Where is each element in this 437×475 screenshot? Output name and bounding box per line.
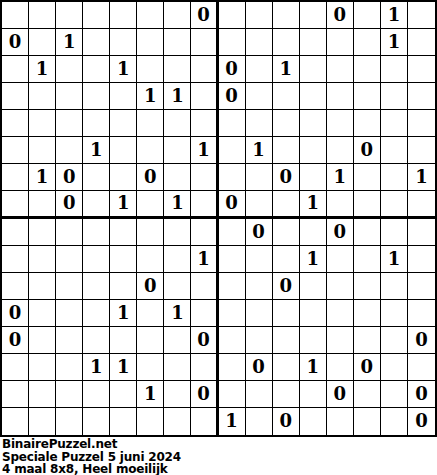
cell-r13c3[interactable]: 1 xyxy=(83,354,110,381)
cell-r11c0[interactable]: 0 xyxy=(2,300,29,327)
cell-r10c7[interactable] xyxy=(191,273,218,300)
cell-r5c4[interactable] xyxy=(110,137,137,164)
cell-r7c15[interactable] xyxy=(408,191,435,218)
cell-r7c9[interactable] xyxy=(246,191,273,218)
cell-r9c1[interactable] xyxy=(29,246,56,273)
cell-r7c0[interactable] xyxy=(2,191,29,218)
cell-r2c7[interactable] xyxy=(191,56,218,83)
cell-r13c7[interactable] xyxy=(191,354,218,381)
cell-r1c3[interactable] xyxy=(83,29,110,56)
cell-r13c6[interactable] xyxy=(164,354,191,381)
cell-r1c14[interactable]: 1 xyxy=(381,29,408,56)
cell-r2c4[interactable]: 1 xyxy=(110,56,137,83)
cell-r1c7[interactable] xyxy=(191,29,218,56)
cell-r1c10[interactable] xyxy=(273,29,300,56)
cell-r5c15[interactable] xyxy=(408,137,435,164)
cell-r12c15[interactable]: 0 xyxy=(408,327,435,354)
cell-r6c11[interactable] xyxy=(300,164,327,191)
cell-r4c4[interactable] xyxy=(110,110,137,137)
cell-r0c5[interactable] xyxy=(137,2,164,29)
cell-r15c9[interactable] xyxy=(246,408,273,435)
cell-r10c3[interactable] xyxy=(83,273,110,300)
cell-r8c10[interactable] xyxy=(273,219,300,246)
cell-r11c10[interactable] xyxy=(273,300,300,327)
cell-r7c12[interactable] xyxy=(327,191,354,218)
cell-r10c9[interactable] xyxy=(246,273,273,300)
cell-r8c6[interactable] xyxy=(164,219,191,246)
cell-r9c2[interactable] xyxy=(56,246,83,273)
cell-r2c8[interactable]: 0 xyxy=(219,56,246,83)
cell-r3c9[interactable] xyxy=(246,83,273,110)
cell-r7c14[interactable] xyxy=(381,191,408,218)
page: 0010111101110111010001101101001110001100… xyxy=(0,0,437,475)
cell-r12c11[interactable] xyxy=(300,327,327,354)
cell-r9c0[interactable] xyxy=(2,246,29,273)
cell-r1c8[interactable] xyxy=(219,29,246,56)
cell-r4c11[interactable] xyxy=(300,110,327,137)
cell-r3c8[interactable]: 0 xyxy=(219,83,246,110)
cell-r14c0[interactable] xyxy=(2,381,29,408)
cell-r10c15[interactable] xyxy=(408,273,435,300)
cell-r7c8[interactable]: 0 xyxy=(219,191,246,218)
cell-r3c10[interactable] xyxy=(273,83,300,110)
cell-r2c9[interactable] xyxy=(246,56,273,83)
cell-r5c1[interactable] xyxy=(29,137,56,164)
cell-r14c14[interactable] xyxy=(381,381,408,408)
cell-r0c14[interactable]: 1 xyxy=(381,2,408,29)
cell-r7c5[interactable] xyxy=(137,191,164,218)
cell-r12c7[interactable]: 0 xyxy=(191,327,218,354)
cell-r15c6[interactable] xyxy=(164,408,191,435)
cell-r9c6[interactable] xyxy=(164,246,191,273)
cell-r3c12[interactable] xyxy=(327,83,354,110)
cell-r4c6[interactable] xyxy=(164,110,191,137)
cell-r4c5[interactable] xyxy=(137,110,164,137)
cell-r10c11[interactable] xyxy=(300,273,327,300)
cell-r3c6[interactable]: 1 xyxy=(164,83,191,110)
cell-r2c10[interactable]: 1 xyxy=(273,56,300,83)
cell-r13c0[interactable] xyxy=(2,354,29,381)
cell-r13c13[interactable]: 0 xyxy=(354,354,381,381)
cell-r13c2[interactable] xyxy=(56,354,83,381)
cell-r8c7[interactable] xyxy=(191,219,218,246)
cell-r14c8[interactable] xyxy=(219,381,246,408)
cell-r9c13[interactable] xyxy=(354,246,381,273)
cell-r13c5[interactable] xyxy=(137,354,164,381)
cell-r6c5[interactable]: 0 xyxy=(137,164,164,191)
cell-r5c9[interactable]: 1 xyxy=(246,137,273,164)
cell-r8c8[interactable] xyxy=(219,219,246,246)
cell-r12c2[interactable] xyxy=(56,327,83,354)
cell-r11c1[interactable] xyxy=(29,300,56,327)
cell-r2c11[interactable] xyxy=(300,56,327,83)
cell-r9c3[interactable] xyxy=(83,246,110,273)
cell-r8c4[interactable] xyxy=(110,219,137,246)
cell-r1c4[interactable] xyxy=(110,29,137,56)
cell-r14c4[interactable] xyxy=(110,381,137,408)
cell-r8c1[interactable] xyxy=(29,219,56,246)
cell-r1c13[interactable] xyxy=(354,29,381,56)
cell-r6c15[interactable]: 1 xyxy=(408,164,435,191)
site-name: BinairePuzzel.net xyxy=(2,438,437,451)
cell-r12c6[interactable] xyxy=(164,327,191,354)
cell-r11c5[interactable] xyxy=(137,300,164,327)
cell-r10c13[interactable] xyxy=(354,273,381,300)
cell-r3c3[interactable] xyxy=(83,83,110,110)
cell-r13c14[interactable] xyxy=(381,354,408,381)
cell-r6c4[interactable] xyxy=(110,164,137,191)
cell-r1c0[interactable]: 0 xyxy=(2,29,29,56)
cell-r5c8[interactable] xyxy=(219,137,246,164)
cell-r10c8[interactable] xyxy=(219,273,246,300)
cell-r0c10[interactable] xyxy=(273,2,300,29)
cell-r6c14[interactable] xyxy=(381,164,408,191)
cell-r7c2[interactable]: 0 xyxy=(56,191,83,218)
cell-r9c4[interactable] xyxy=(110,246,137,273)
cell-r12c9[interactable] xyxy=(246,327,273,354)
cell-r11c8[interactable] xyxy=(219,300,246,327)
cell-r0c9[interactable] xyxy=(246,2,273,29)
cell-r4c8[interactable] xyxy=(219,110,246,137)
cell-r15c2[interactable] xyxy=(56,408,83,435)
cell-r12c0[interactable]: 0 xyxy=(2,327,29,354)
cell-r4c7[interactable] xyxy=(191,110,218,137)
cell-r13c11[interactable]: 1 xyxy=(300,354,327,381)
cell-r0c8[interactable] xyxy=(219,2,246,29)
cell-r4c13[interactable] xyxy=(354,110,381,137)
cell-r7c3[interactable] xyxy=(83,191,110,218)
cell-r4c14[interactable] xyxy=(381,110,408,137)
cell-r15c3[interactable] xyxy=(83,408,110,435)
cell-r12c8[interactable] xyxy=(219,327,246,354)
cell-r15c4[interactable] xyxy=(110,408,137,435)
cell-r11c13[interactable] xyxy=(354,300,381,327)
cell-r9c5[interactable] xyxy=(137,246,164,273)
cell-r5c5[interactable] xyxy=(137,137,164,164)
cell-r8c9[interactable]: 0 xyxy=(246,219,273,246)
cell-r0c2[interactable] xyxy=(56,2,83,29)
cell-r14c7[interactable]: 0 xyxy=(191,381,218,408)
cell-r6c3[interactable] xyxy=(83,164,110,191)
cell-r1c9[interactable] xyxy=(246,29,273,56)
cell-r15c13[interactable] xyxy=(354,408,381,435)
cell-r9c9[interactable] xyxy=(246,246,273,273)
cell-r4c12[interactable] xyxy=(327,110,354,137)
cell-r5c11[interactable] xyxy=(300,137,327,164)
cell-r1c15[interactable] xyxy=(408,29,435,56)
cell-r6c6[interactable] xyxy=(164,164,191,191)
cell-r1c2[interactable]: 1 xyxy=(56,29,83,56)
cell-r12c5[interactable] xyxy=(137,327,164,354)
cell-r12c4[interactable] xyxy=(110,327,137,354)
cell-r0c13[interactable] xyxy=(354,2,381,29)
cell-r0c0[interactable] xyxy=(2,2,29,29)
cell-r10c0[interactable] xyxy=(2,273,29,300)
cell-r11c9[interactable] xyxy=(246,300,273,327)
cell-r13c8[interactable] xyxy=(219,354,246,381)
cell-r2c15[interactable] xyxy=(408,56,435,83)
cell-r3c2[interactable] xyxy=(56,83,83,110)
cell-r3c7[interactable] xyxy=(191,83,218,110)
cell-r6c1[interactable]: 1 xyxy=(29,164,56,191)
cell-r15c15[interactable]: 0 xyxy=(408,408,435,435)
cell-r5c2[interactable] xyxy=(56,137,83,164)
cell-r8c2[interactable] xyxy=(56,219,83,246)
cell-r7c7[interactable] xyxy=(191,191,218,218)
cell-r8c15[interactable] xyxy=(408,219,435,246)
cell-r11c7[interactable] xyxy=(191,300,218,327)
cell-r7c13[interactable] xyxy=(354,191,381,218)
cell-r14c12[interactable]: 0 xyxy=(327,381,354,408)
cell-r2c13[interactable] xyxy=(354,56,381,83)
cell-r2c3[interactable] xyxy=(83,56,110,83)
cell-r5c13[interactable]: 0 xyxy=(354,137,381,164)
cell-r14c9[interactable] xyxy=(246,381,273,408)
cell-r0c7[interactable]: 0 xyxy=(191,2,218,29)
cell-r15c14[interactable] xyxy=(381,408,408,435)
cell-r7c4[interactable]: 1 xyxy=(110,191,137,218)
cell-r13c1[interactable] xyxy=(29,354,56,381)
cell-r3c0[interactable] xyxy=(2,83,29,110)
cell-r6c8[interactable] xyxy=(219,164,246,191)
cell-r6c0[interactable] xyxy=(2,164,29,191)
cell-r4c1[interactable] xyxy=(29,110,56,137)
cell-r1c11[interactable] xyxy=(300,29,327,56)
cell-r3c13[interactable] xyxy=(354,83,381,110)
cell-r11c6[interactable]: 1 xyxy=(164,300,191,327)
cell-r3c5[interactable]: 1 xyxy=(137,83,164,110)
cell-r8c3[interactable] xyxy=(83,219,110,246)
cell-r10c14[interactable] xyxy=(381,273,408,300)
cell-r9c14[interactable]: 1 xyxy=(381,246,408,273)
cell-r11c15[interactable] xyxy=(408,300,435,327)
cell-r2c2[interactable] xyxy=(56,56,83,83)
puzzle-board: 0010111101110111010001101101001110001100… xyxy=(0,0,437,437)
cell-r15c5[interactable] xyxy=(137,408,164,435)
cell-r4c2[interactable] xyxy=(56,110,83,137)
footer: BinairePuzzel.net Speciale Puzzel 5 juni… xyxy=(0,437,437,475)
cell-r9c15[interactable] xyxy=(408,246,435,273)
cell-r14c11[interactable] xyxy=(300,381,327,408)
cell-r0c11[interactable] xyxy=(300,2,327,29)
cell-r11c12[interactable] xyxy=(327,300,354,327)
cell-r1c5[interactable] xyxy=(137,29,164,56)
cell-r4c3[interactable] xyxy=(83,110,110,137)
cell-r2c5[interactable] xyxy=(137,56,164,83)
cell-r15c1[interactable] xyxy=(29,408,56,435)
cell-r4c15[interactable] xyxy=(408,110,435,137)
cell-r9c7[interactable]: 1 xyxy=(191,246,218,273)
cell-r3c11[interactable] xyxy=(300,83,327,110)
cell-r6c9[interactable] xyxy=(246,164,273,191)
cell-r15c12[interactable] xyxy=(327,408,354,435)
cell-r6c2[interactable]: 0 xyxy=(56,164,83,191)
cell-r15c0[interactable] xyxy=(2,408,29,435)
cell-r11c14[interactable] xyxy=(381,300,408,327)
cell-r8c0[interactable] xyxy=(2,219,29,246)
cell-r13c12[interactable] xyxy=(327,354,354,381)
cell-r1c6[interactable] xyxy=(164,29,191,56)
cell-r7c1[interactable] xyxy=(29,191,56,218)
cell-r0c4[interactable] xyxy=(110,2,137,29)
cell-r14c13[interactable] xyxy=(354,381,381,408)
cell-r14c6[interactable] xyxy=(164,381,191,408)
cell-r8c12[interactable]: 0 xyxy=(327,219,354,246)
cell-r1c12[interactable] xyxy=(327,29,354,56)
cell-r12c1[interactable] xyxy=(29,327,56,354)
cell-r14c2[interactable] xyxy=(56,381,83,408)
cell-r5c7[interactable]: 1 xyxy=(191,137,218,164)
cell-r15c8[interactable]: 1 xyxy=(219,408,246,435)
cell-r7c10[interactable] xyxy=(273,191,300,218)
cell-r9c12[interactable] xyxy=(327,246,354,273)
cell-r0c15[interactable] xyxy=(408,2,435,29)
cell-r6c10[interactable]: 0 xyxy=(273,164,300,191)
cell-r7c6[interactable]: 1 xyxy=(164,191,191,218)
cell-r13c15[interactable] xyxy=(408,354,435,381)
cell-r10c5[interactable]: 0 xyxy=(137,273,164,300)
cell-r2c12[interactable] xyxy=(327,56,354,83)
cell-r14c1[interactable] xyxy=(29,381,56,408)
cell-r9c11[interactable]: 1 xyxy=(300,246,327,273)
cell-r12c12[interactable] xyxy=(327,327,354,354)
cell-r13c4[interactable]: 1 xyxy=(110,354,137,381)
cell-r14c10[interactable] xyxy=(273,381,300,408)
cell-r0c3[interactable] xyxy=(83,2,110,29)
cell-r0c6[interactable] xyxy=(164,2,191,29)
cell-r10c4[interactable] xyxy=(110,273,137,300)
cell-r12c3[interactable] xyxy=(83,327,110,354)
cell-r11c11[interactable] xyxy=(300,300,327,327)
cell-r6c7[interactable] xyxy=(191,164,218,191)
cell-r0c12[interactable]: 0 xyxy=(327,2,354,29)
cell-r10c2[interactable] xyxy=(56,273,83,300)
cell-r4c10[interactable] xyxy=(273,110,300,137)
cell-r2c1[interactable]: 1 xyxy=(29,56,56,83)
cell-r13c10[interactable] xyxy=(273,354,300,381)
cell-r1c1[interactable] xyxy=(29,29,56,56)
cell-r5c0[interactable] xyxy=(2,137,29,164)
cell-r7c11[interactable]: 1 xyxy=(300,191,327,218)
cell-r8c5[interactable] xyxy=(137,219,164,246)
cell-r5c10[interactable] xyxy=(273,137,300,164)
cell-r3c1[interactable] xyxy=(29,83,56,110)
cell-r10c1[interactable] xyxy=(29,273,56,300)
cell-r0c1[interactable] xyxy=(29,2,56,29)
puzzle-difficulty: 4 maal 8x8, Heel moeilijk xyxy=(2,463,437,475)
cell-r2c0[interactable] xyxy=(2,56,29,83)
cell-r11c3[interactable] xyxy=(83,300,110,327)
cell-r10c10[interactable]: 0 xyxy=(273,273,300,300)
cell-r5c14[interactable] xyxy=(381,137,408,164)
cell-r13c9[interactable]: 0 xyxy=(246,354,273,381)
cell-r4c0[interactable] xyxy=(2,110,29,137)
cell-r5c3[interactable]: 1 xyxy=(83,137,110,164)
cell-r12c13[interactable] xyxy=(354,327,381,354)
cell-r3c15[interactable] xyxy=(408,83,435,110)
cell-r8c14[interactable] xyxy=(381,219,408,246)
cell-r8c11[interactable] xyxy=(300,219,327,246)
cell-r14c15[interactable]: 0 xyxy=(408,381,435,408)
cell-r2c6[interactable] xyxy=(164,56,191,83)
cell-r3c4[interactable] xyxy=(110,83,137,110)
cell-r14c3[interactable] xyxy=(83,381,110,408)
cell-r5c6[interactable] xyxy=(164,137,191,164)
cell-r10c12[interactable] xyxy=(327,273,354,300)
cell-r8c13[interactable] xyxy=(354,219,381,246)
cell-r12c14[interactable] xyxy=(381,327,408,354)
cell-r6c13[interactable] xyxy=(354,164,381,191)
cell-r9c10[interactable] xyxy=(273,246,300,273)
cell-r9c8[interactable] xyxy=(219,246,246,273)
cell-r5c12[interactable] xyxy=(327,137,354,164)
cell-r12c10[interactable] xyxy=(273,327,300,354)
cell-r6c12[interactable]: 1 xyxy=(327,164,354,191)
cell-r15c10[interactable]: 0 xyxy=(273,408,300,435)
cell-r3c14[interactable] xyxy=(381,83,408,110)
cell-r4c9[interactable] xyxy=(246,110,273,137)
cell-r2c14[interactable] xyxy=(381,56,408,83)
cell-r10c6[interactable] xyxy=(164,273,191,300)
cell-r15c11[interactable] xyxy=(300,408,327,435)
cell-r11c4[interactable]: 1 xyxy=(110,300,137,327)
cell-r15c7[interactable] xyxy=(191,408,218,435)
cell-r11c2[interactable] xyxy=(56,300,83,327)
cell-r14c5[interactable]: 1 xyxy=(137,381,164,408)
